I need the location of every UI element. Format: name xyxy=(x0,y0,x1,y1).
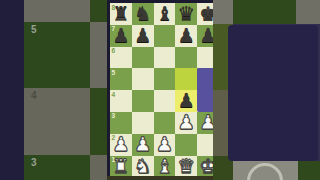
square-b1[interactable]: ♞ xyxy=(132,156,154,178)
square-d5[interactable] xyxy=(175,68,197,90)
square-b6[interactable] xyxy=(132,47,154,69)
background-square xyxy=(90,22,107,88)
square-b3[interactable] xyxy=(132,112,154,134)
square-c8[interactable]: ♝ xyxy=(154,3,176,25)
black-pawn-b7[interactable]: ♟ xyxy=(132,25,154,47)
rank-coordinate-6: 6 xyxy=(112,47,116,54)
square-c7[interactable] xyxy=(154,25,176,47)
square-d7[interactable]: ♟ xyxy=(175,25,197,47)
background-square xyxy=(90,0,107,22)
square-e2[interactable] xyxy=(197,134,213,156)
square-a7[interactable]: 7♟ xyxy=(110,25,132,47)
square-b2[interactable]: ♟ xyxy=(132,134,154,156)
square-b8[interactable]: ♞ xyxy=(132,3,154,25)
background-rank-label-3: 3 xyxy=(24,155,90,168)
white-pawn-b2[interactable]: ♟ xyxy=(132,134,154,156)
square-c6[interactable] xyxy=(154,47,176,69)
background-square xyxy=(233,0,296,24)
white-king-e1[interactable]: ♚ xyxy=(197,156,213,178)
background-square xyxy=(90,155,107,180)
black-pawn-e7[interactable]: ♟ xyxy=(197,25,213,47)
video-frame: 5 4 3 8♜♞♝♛♚7♟♟♟♟654♟3♟♟2♟♟♟1♜♞♝♛♚ xyxy=(0,0,320,180)
square-e6[interactable] xyxy=(197,47,213,69)
square-c1[interactable]: ♝ xyxy=(154,156,176,178)
square-e7[interactable]: ♟ xyxy=(197,25,213,47)
strip-bottom-edge xyxy=(107,176,213,180)
background-rank-label-4: 4 xyxy=(24,88,90,101)
square-e3[interactable]: ♟ xyxy=(197,112,213,134)
background-square: 3 xyxy=(24,155,90,180)
square-d8[interactable]: ♛ xyxy=(175,3,197,25)
square-c4[interactable] xyxy=(154,90,176,112)
white-queen-d1[interactable]: ♛ xyxy=(175,156,197,178)
background-square xyxy=(296,0,320,24)
square-c5[interactable] xyxy=(154,68,176,90)
square-a5[interactable]: 5 xyxy=(110,68,132,90)
square-a8[interactable]: 8♜ xyxy=(110,3,132,25)
background-square xyxy=(213,0,233,24)
square-e1[interactable]: ♚ xyxy=(197,156,213,178)
black-rook-a8[interactable]: ♜ xyxy=(110,3,132,25)
white-bishop-c1[interactable]: ♝ xyxy=(154,156,176,178)
black-bishop-c8[interactable]: ♝ xyxy=(154,3,176,25)
black-pawn-d4[interactable]: ♟ xyxy=(175,90,197,112)
black-pawn-a7[interactable]: ♟ xyxy=(110,25,132,47)
rank-coordinate-5: 5 xyxy=(112,69,116,76)
square-b7[interactable]: ♟ xyxy=(132,25,154,47)
square-d1[interactable]: ♛ xyxy=(175,156,197,178)
square-b4[interactable] xyxy=(132,90,154,112)
square-d4[interactable]: ♟ xyxy=(175,90,197,112)
white-pawn-d3[interactable]: ♟ xyxy=(175,112,197,134)
white-pawn-a2[interactable]: ♟ xyxy=(110,134,132,156)
square-d3[interactable]: ♟ xyxy=(175,112,197,134)
background-square xyxy=(298,161,320,180)
background-square: 5 xyxy=(24,22,90,88)
white-pawn-c2[interactable]: ♟ xyxy=(154,134,176,156)
square-a1[interactable]: 1♜ xyxy=(110,156,132,178)
square-a2[interactable]: 2♟ xyxy=(110,134,132,156)
white-rook-a1[interactable]: ♜ xyxy=(110,156,132,178)
square-c3[interactable] xyxy=(154,112,176,134)
square-a4[interactable]: 4 xyxy=(110,90,132,112)
video-strip: 8♜♞♝♛♚7♟♟♟♟654♟3♟♟2♟♟♟1♜♞♝♛♚ xyxy=(107,0,213,180)
background-square: 4 xyxy=(24,88,90,155)
square-d6[interactable] xyxy=(175,47,197,69)
black-pawn-d7[interactable]: ♟ xyxy=(175,25,197,47)
background-square xyxy=(24,0,90,22)
background-rank-label-5: 5 xyxy=(24,22,90,35)
square-a6[interactable]: 6 xyxy=(110,47,132,69)
black-knight-b8[interactable]: ♞ xyxy=(132,3,154,25)
purple-overlay-rect xyxy=(197,68,213,112)
rank-coordinate-4: 4 xyxy=(112,91,116,98)
square-e8[interactable]: ♚ xyxy=(197,3,213,25)
black-queen-d8[interactable]: ♛ xyxy=(175,3,197,25)
square-d2[interactable] xyxy=(175,134,197,156)
background-dark-card xyxy=(228,25,318,161)
white-pawn-e3[interactable]: ♟ xyxy=(197,112,213,134)
background-navy-strip-left xyxy=(0,0,24,180)
square-b5[interactable] xyxy=(132,68,154,90)
square-c2[interactable]: ♟ xyxy=(154,134,176,156)
black-king-e8[interactable]: ♚ xyxy=(197,3,213,25)
white-knight-b1[interactable]: ♞ xyxy=(132,156,154,178)
background-square xyxy=(90,88,107,155)
square-a3[interactable]: 3 xyxy=(110,112,132,134)
rank-coordinate-3: 3 xyxy=(112,112,116,119)
